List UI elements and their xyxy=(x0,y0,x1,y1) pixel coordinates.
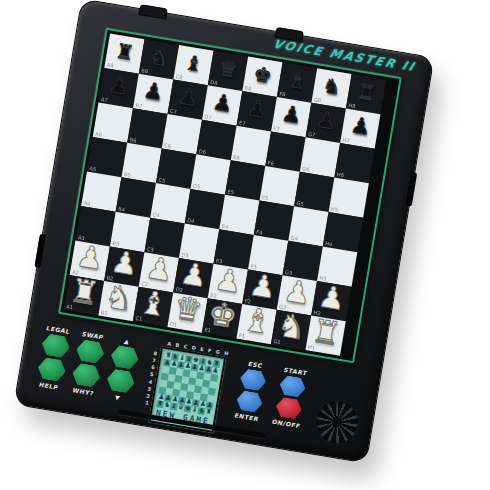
square-e1[interactable]: E1♚ xyxy=(202,298,242,338)
swap-button-group: SWAP xyxy=(74,329,109,365)
speaker-grille xyxy=(313,398,361,446)
piece-white-rook[interactable]: ♜ xyxy=(65,273,105,310)
square-g7[interactable]: G7♟ xyxy=(306,103,346,143)
lcd-rank-label: 2 xyxy=(146,392,150,398)
board-frame: A8♜B8♞C8♝D8♛E8♚F8♝G8♞H8♜A7♟B7♟C7♟D7♟E7♟F… xyxy=(58,28,402,364)
piece-white-pawn[interactable]: ♟ xyxy=(243,268,282,303)
square-g4[interactable]: G4 xyxy=(288,206,328,246)
swap-label: SWAP xyxy=(81,330,105,340)
square-f1[interactable]: F1♝ xyxy=(236,304,276,344)
lcd-file-label: C xyxy=(183,343,188,350)
square-coordinate: B5 xyxy=(124,172,131,178)
help-label: HELP xyxy=(38,381,59,391)
square-e7[interactable]: E7♟ xyxy=(237,91,277,131)
on-off-label: ON/OFF xyxy=(271,418,301,429)
square-f6[interactable]: F6 xyxy=(265,131,305,171)
square-g6[interactable]: G6 xyxy=(300,137,340,177)
square-coordinate: A4 xyxy=(83,200,90,206)
enter-button[interactable] xyxy=(235,390,264,414)
scroll-up-button[interactable] xyxy=(109,344,140,370)
chess-computer-device: VOICE MASTER II A8♜B8♞C8♝D8♛E8♚F8♝G8♞H8♜… xyxy=(13,0,434,464)
square-e8[interactable]: E8♚ xyxy=(242,57,282,97)
piece-black-pawn[interactable]: ♟ xyxy=(342,112,380,139)
square-coordinate: F5 xyxy=(262,195,269,201)
square-c5[interactable]: C5 xyxy=(156,149,196,189)
lcd-file-label: H xyxy=(224,350,229,357)
square-c7[interactable]: C7♟ xyxy=(168,80,208,120)
square-f5[interactable]: F5 xyxy=(260,166,300,206)
legal-label: LEGAL xyxy=(46,324,72,335)
piece-white-rook[interactable]: ♜ xyxy=(306,313,346,350)
square-e4[interactable]: E4 xyxy=(219,195,259,235)
piece-white-pawn[interactable]: ♟ xyxy=(209,263,248,298)
side-notch-right xyxy=(406,172,418,207)
square-coordinate: F7 xyxy=(273,126,280,132)
square-c4[interactable]: C4 xyxy=(150,183,190,223)
piece-black-bishop[interactable]: ♝ xyxy=(175,50,213,76)
square-coordinate: C5 xyxy=(158,177,166,183)
piece-black-pawn[interactable]: ♟ xyxy=(100,72,138,99)
square-b4[interactable]: B4 xyxy=(116,177,156,217)
square-e6[interactable]: E6 xyxy=(231,126,271,166)
square-f4[interactable]: F4 xyxy=(254,200,294,240)
scroll-down-label: ▼ xyxy=(115,394,122,402)
square-coordinate: C8 xyxy=(175,74,183,80)
square-d8[interactable]: D8♛ xyxy=(208,51,248,91)
square-d7[interactable]: D7♟ xyxy=(202,85,242,125)
piece-black-pawn[interactable]: ♟ xyxy=(204,89,242,116)
square-a1[interactable]: A1♜ xyxy=(64,275,104,315)
square-f7[interactable]: F7♟ xyxy=(271,97,311,137)
esc-button-group: ESC xyxy=(236,358,272,392)
piece-white-knight[interactable]: ♞ xyxy=(99,279,139,316)
piece-white-knight[interactable]: ♞ xyxy=(272,307,312,344)
chess-board: A8♜B8♞C8♝D8♛E8♚F8♝G8♞H8♜A7♟B7♟C7♟D7♟E7♟F… xyxy=(64,33,396,357)
square-coordinate: F6 xyxy=(267,160,274,166)
piece-white-bishop[interactable]: ♝ xyxy=(134,284,174,321)
lcd-rank-label: 6 xyxy=(151,364,155,370)
square-coordinate: F8 xyxy=(279,91,286,97)
lcd-mini-board: ♜♞♝♛♚♝♞♜♟♟♟♟♟♟♟♟♟♟♟♟♟♟♟♟♜♞♝♛♚♝♞♜ xyxy=(156,352,220,416)
square-coordinate: F4 xyxy=(256,229,263,235)
swap-button[interactable] xyxy=(75,338,106,364)
square-coordinate: A7 xyxy=(101,97,108,103)
why-button[interactable] xyxy=(71,362,102,388)
square-coordinate: A8 xyxy=(106,62,113,68)
piece-black-king[interactable]: ♚ xyxy=(244,62,282,88)
square-coordinate: E4 xyxy=(221,224,228,230)
square-coordinate: C6 xyxy=(164,143,172,149)
start-button-group: START xyxy=(275,365,311,399)
why-label: WHY? xyxy=(72,386,95,396)
scroll-down-button[interactable] xyxy=(105,368,136,394)
square-h4[interactable]: H4 xyxy=(323,212,363,252)
piece-black-pawn[interactable]: ♟ xyxy=(273,101,311,128)
help-button-group: HELP xyxy=(34,356,69,392)
square-a8[interactable]: A8♜ xyxy=(104,33,144,73)
lcd-file-label: F xyxy=(208,347,212,353)
square-coordinate: B6 xyxy=(129,137,136,143)
start-button[interactable] xyxy=(278,374,307,398)
piece-white-king[interactable]: ♚ xyxy=(203,296,243,333)
scroll-up-label: ▲ xyxy=(124,337,131,345)
legal-button[interactable] xyxy=(40,333,71,359)
start-label: START xyxy=(282,366,307,377)
square-h8[interactable]: H8♜ xyxy=(346,74,386,114)
square-b1[interactable]: B1♞ xyxy=(98,281,138,321)
scroll-down-button-group: ▼ xyxy=(103,368,138,404)
lcd-file-label: G xyxy=(215,348,220,355)
square-b8[interactable]: B8♞ xyxy=(139,39,179,79)
square-a4[interactable]: A4 xyxy=(81,172,121,212)
lcd-rank-label: 4 xyxy=(148,378,152,384)
square-coordinate: A6 xyxy=(95,131,102,137)
green-keypad: LEGALSWAP▲HELPWHY?▼ xyxy=(34,318,144,404)
square-b7[interactable]: B7♟ xyxy=(133,74,173,114)
square-coordinate: E7 xyxy=(239,120,246,126)
piece-black-pawn[interactable]: ♟ xyxy=(307,106,345,133)
legal-button-group: LEGAL xyxy=(39,324,74,360)
square-g5[interactable]: G5 xyxy=(294,172,334,212)
piece-black-queen[interactable]: ♛ xyxy=(209,56,247,82)
piece-white-pawn[interactable]: ♟ xyxy=(312,280,351,315)
square-h1[interactable]: H1♜ xyxy=(305,316,345,356)
square-c8[interactable]: C8♝ xyxy=(173,45,213,85)
square-a6[interactable]: A6 xyxy=(93,103,133,143)
square-h6[interactable]: H6 xyxy=(334,143,374,183)
piece-black-knight[interactable]: ♞ xyxy=(140,44,178,70)
lcd-rank-label: 7 xyxy=(152,357,156,363)
square-d1[interactable]: D1♛ xyxy=(167,292,207,332)
scroll-up-button-group: ▲ xyxy=(108,335,143,371)
square-coordinate: B4 xyxy=(118,206,125,212)
piece-white-pawn[interactable]: ♟ xyxy=(105,245,144,280)
square-d6[interactable]: D6 xyxy=(196,120,236,160)
why-button-group: WHY? xyxy=(68,362,103,398)
square-h7[interactable]: H7♟ xyxy=(340,108,380,148)
square-d4[interactable]: D4 xyxy=(185,189,225,229)
lcd-file-label: A xyxy=(167,340,172,347)
square-f8[interactable]: F8♝ xyxy=(277,62,317,102)
lcd-file-label: D xyxy=(191,344,196,351)
square-a7[interactable]: A7♟ xyxy=(98,68,138,108)
piece-white-pawn[interactable]: ♟ xyxy=(174,257,213,292)
square-g8[interactable]: G8♞ xyxy=(311,68,351,108)
piece-white-pawn[interactable]: ♟ xyxy=(71,240,110,275)
on-off-button[interactable] xyxy=(274,396,303,420)
lcd-rank-label: 1 xyxy=(145,399,149,405)
square-coordinate: E6 xyxy=(233,154,240,160)
lcd-file-label: B xyxy=(175,342,180,349)
lcd-rank-label: 8 xyxy=(153,350,157,356)
on-off-button-group: ON/OFF xyxy=(270,396,306,430)
piece-black-bishop[interactable]: ♝ xyxy=(278,67,316,93)
square-c1[interactable]: C1♝ xyxy=(133,287,173,327)
square-d5[interactable]: D5 xyxy=(190,154,230,194)
piece-black-pawn[interactable]: ♟ xyxy=(169,83,207,110)
square-c6[interactable]: C6 xyxy=(162,114,202,154)
right-keypad: ESCSTARTENTERON/OFF xyxy=(231,351,313,430)
square-h5[interactable]: H5 xyxy=(329,177,369,217)
piece-black-knight[interactable]: ♞ xyxy=(313,73,351,99)
piece-white-bishop[interactable]: ♝ xyxy=(237,302,277,339)
lcd-square: ♜ xyxy=(204,408,212,416)
square-coordinate: E5 xyxy=(227,189,234,195)
square-e5[interactable]: E5 xyxy=(225,160,265,200)
square-coordinate: C4 xyxy=(152,212,160,218)
square-g1[interactable]: G1♞ xyxy=(271,310,311,350)
square-b6[interactable]: B6 xyxy=(127,108,167,148)
square-coordinate: B8 xyxy=(141,68,148,74)
enter-label: ENTER xyxy=(234,411,260,422)
photo-canvas: VOICE MASTER II A8♜B8♞C8♝D8♛E8♚F8♝G8♞H8♜… xyxy=(0,0,490,490)
square-a5[interactable]: A5 xyxy=(87,137,127,177)
square-coordinate: E8 xyxy=(244,85,251,91)
piece-black-rook[interactable]: ♜ xyxy=(348,79,386,105)
lcd-rank-label: 3 xyxy=(147,385,151,391)
lcd-file-label: E xyxy=(200,346,204,352)
piece-white-queen[interactable]: ♛ xyxy=(168,290,208,327)
side-notch-left xyxy=(34,234,46,269)
lcd-piece: ♜ xyxy=(204,407,212,416)
piece-black-pawn[interactable]: ♟ xyxy=(135,78,173,105)
lcd-rank-label: 5 xyxy=(150,371,154,377)
piece-black-pawn[interactable]: ♟ xyxy=(238,95,276,122)
square-coordinate: A5 xyxy=(89,166,96,172)
square-coordinate: B7 xyxy=(135,103,142,109)
piece-black-rook[interactable]: ♜ xyxy=(106,39,144,65)
enter-button-group: ENTER xyxy=(231,389,267,423)
esc-label: ESC xyxy=(248,360,264,369)
esc-button[interactable] xyxy=(239,368,268,392)
piece-white-pawn[interactable]: ♟ xyxy=(140,251,179,286)
square-coordinate: C7 xyxy=(170,108,178,114)
piece-white-pawn[interactable]: ♟ xyxy=(278,274,317,309)
square-b5[interactable]: B5 xyxy=(121,143,161,183)
help-button[interactable] xyxy=(36,356,67,382)
